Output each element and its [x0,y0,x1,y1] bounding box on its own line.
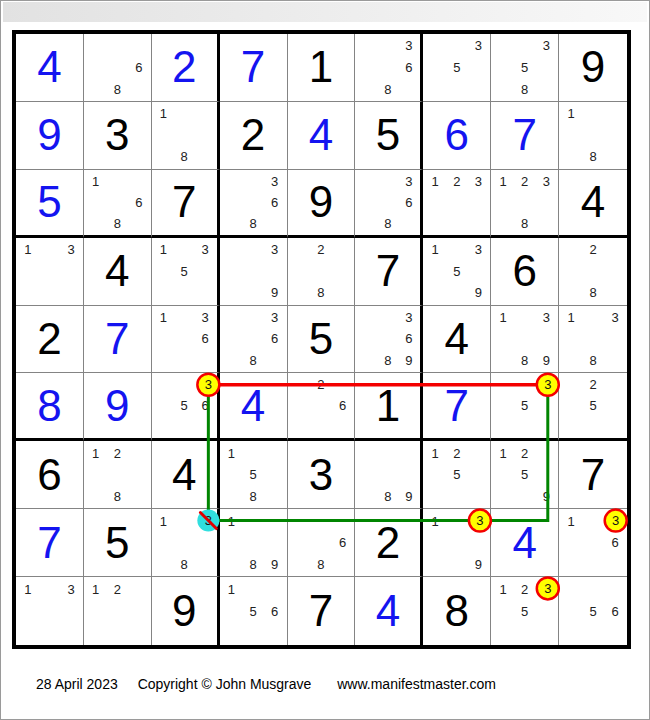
cell-r8c1[interactable]: 7 [16,509,84,577]
candidate [560,600,582,622]
candidate [492,622,514,644]
cell-r9c2[interactable]: 12 [84,577,152,645]
cell-r1c1[interactable]: 4 [16,34,84,102]
candidate [604,395,626,416]
candidate: 1 [17,578,39,600]
cell-r2c8[interactable]: 7 [491,102,559,170]
candidate [560,260,582,282]
solved-digit: 7 [84,306,151,373]
candidate [582,103,604,125]
candidate: 3 [195,307,216,329]
cell-r3c1[interactable]: 5 [16,170,84,238]
candidate [195,125,216,147]
candidate [264,578,286,600]
cell-r6c3[interactable]: 356 [152,373,220,441]
given-digit: 5 [84,509,151,576]
candidate [195,532,216,554]
cell-r6c7[interactable]: 7 [423,373,491,441]
cell-r4c1[interactable]: 13 [16,238,84,306]
candidate [264,486,286,508]
cell-r7c8[interactable]: 1259 [491,441,559,509]
candidate: 3 [264,171,286,192]
cell-r1c8[interactable]: 358 [491,34,559,102]
candidate [289,416,311,437]
cell-r5c6[interactable]: 3689 [355,306,423,374]
candidate: 8 [242,553,264,575]
cell-r6c5[interactable]: 26 [288,373,356,441]
pencil-marks: 368 [356,171,419,234]
candidate [424,260,446,282]
candidate: 6 [264,600,286,622]
cell-r1c7[interactable]: 35 [423,34,491,102]
candidate [356,328,377,350]
candidate [492,192,514,213]
given-digit: 4 [559,170,627,235]
footer-copyright: Copyright © John Musgrave [138,676,312,692]
candidate: 3 [398,171,419,192]
candidate [17,260,39,282]
candidate: 5 [582,600,604,622]
cell-r7c5[interactable]: 3 [288,441,356,509]
pencil-marks: 39 [221,239,286,304]
candidate [468,192,490,213]
candidate [560,282,582,304]
candidate [107,622,129,644]
candidate [446,192,468,213]
candidate [514,374,536,395]
candidate: 1 [85,171,107,192]
candidate [264,510,286,532]
cell-r1c2[interactable]: 68 [84,34,152,102]
given-digit: 7 [152,170,217,235]
candidate [39,239,61,261]
candidate: 5 [242,600,264,622]
candidate [535,192,557,213]
candidate [492,328,514,350]
candidate [264,260,286,282]
candidate [514,307,536,329]
candidate [60,622,82,644]
cell-r5c3[interactable]: 136 [152,306,220,374]
candidate [289,510,311,532]
candidate: 5 [582,395,604,416]
pencil-marks: 3689 [356,307,419,372]
candidate [560,146,582,168]
candidate [221,282,243,304]
candidate [468,213,490,234]
solved-digit: 2 [152,34,217,101]
cell-r5c4[interactable]: 368 [220,306,288,374]
cell-r8c5[interactable]: 68 [288,509,356,577]
candidate [85,464,107,486]
cell-r5c8[interactable]: 1389 [491,306,559,374]
candidate [604,260,626,282]
cell-r4c4[interactable]: 39 [220,238,288,306]
candidate [356,57,377,79]
given-digit: 4 [84,238,151,305]
candidate: 8 [107,78,129,100]
candidate [264,532,286,554]
pencil-marks: 136 [560,510,626,575]
candidate: 5 [174,395,195,416]
candidate [468,464,490,486]
cell-r3c6[interactable]: 368 [355,170,423,238]
cell-r2c4[interactable]: 2 [220,102,288,170]
pencil-marks: 18 [560,103,626,168]
candidate [468,532,490,554]
cell-r6c9[interactable]: 25 [559,373,627,441]
candidate [128,213,150,234]
candidate: 3 [60,578,82,600]
candidate [153,125,174,147]
cell-r5c9[interactable]: 138 [559,306,627,374]
cell-r2c2[interactable]: 3 [84,102,152,170]
cell-r9c3[interactable]: 9 [152,577,220,645]
candidate: 3 [195,239,216,261]
cell-r9c5[interactable]: 7 [288,577,356,645]
candidate [446,532,468,554]
candidate [468,442,490,464]
candidate [128,486,150,508]
candidate [332,282,354,304]
cell-r8c7[interactable]: 139 [423,509,491,577]
candidate: 6 [398,57,419,79]
candidate [332,510,354,532]
pencil-marks: 139 [424,510,489,575]
cell-r3c3[interactable]: 7 [152,170,220,238]
candidate: 9 [535,486,557,508]
candidate [582,622,604,644]
candidate: 3 [535,578,557,600]
cell-r8c9[interactable]: 136 [559,509,627,577]
candidate [560,328,582,350]
given-digit: 4 [152,441,217,508]
candidate [128,171,150,192]
candidate [424,35,446,57]
candidate: 1 [560,307,582,329]
cell-r8c3[interactable]: 138 [152,509,220,577]
candidate [535,213,557,234]
cell-r3c8[interactable]: 1238 [491,170,559,238]
cell-r9c8[interactable]: 1235 [491,577,559,645]
pencil-marks: 68 [289,510,354,575]
candidate: 6 [128,192,150,213]
cell-r3c9[interactable]: 4 [559,170,627,238]
candidate [446,282,468,304]
candidate: 2 [446,442,468,464]
candidate [446,486,468,508]
candidate [289,395,311,416]
candidate: 3 [535,307,557,329]
pencil-marks: 138 [560,307,626,372]
candidate [560,350,582,372]
candidate [535,57,557,79]
candidate [107,171,129,192]
cell-r2c3[interactable]: 18 [152,102,220,170]
cell-r9c9[interactable]: 56 [559,577,627,645]
given-digit: 7 [559,441,627,508]
candidate [560,125,582,147]
cell-r5c1[interactable]: 2 [16,306,84,374]
candidate [289,282,311,304]
candidate [221,328,243,350]
cell-r6c1[interactable]: 8 [16,373,84,441]
cell-r9c7[interactable]: 8 [423,577,491,645]
candidate [514,192,536,213]
candidate: 9 [535,350,557,372]
cell-r7c2[interactable]: 128 [84,441,152,509]
candidate: 3 [398,307,419,329]
candidate: 3 [195,374,216,395]
cell-r5c7[interactable]: 4 [423,306,491,374]
candidate [85,213,107,234]
cell-r7c6[interactable]: 89 [355,441,423,509]
candidate: 8 [514,213,536,234]
candidate [535,78,557,100]
candidate: 3 [535,35,557,57]
cell-r4c5[interactable]: 28 [288,238,356,306]
candidate [604,553,626,575]
cell-r6c4[interactable]: 4 [220,373,288,441]
candidate: 1 [153,239,174,261]
cell-r1c9[interactable]: 9 [559,34,627,102]
solved-digit: 5 [16,170,83,235]
candidate [264,464,286,486]
given-digit: 9 [152,577,217,645]
candidate: 8 [377,78,398,100]
candidate: 1 [153,103,174,125]
footer-date: 28 April 2023 [36,676,118,692]
candidate: 1 [492,578,514,600]
candidate: 5 [514,600,536,622]
cell-r9c4[interactable]: 156 [220,577,288,645]
candidate [174,125,195,147]
candidate [560,374,582,395]
cell-r8c2[interactable]: 5 [84,509,152,577]
candidate [128,442,150,464]
pencil-marks: 18 [153,103,216,168]
candidate [264,442,286,464]
given-digit: 4 [423,306,490,373]
candidate [221,213,243,234]
candidate [582,416,604,437]
cell-r3c5[interactable]: 9 [288,170,356,238]
candidate [85,35,107,57]
cell-r2c6[interactable]: 5 [355,102,423,170]
cell-r6c6[interactable]: 1 [355,373,423,441]
pencil-marks: 1259 [492,442,557,507]
candidate [39,600,61,622]
candidate [604,416,626,437]
given-digit: 7 [288,577,355,645]
candidate [356,486,377,508]
candidate [153,260,174,282]
solved-digit: 7 [16,509,83,576]
candidate [604,328,626,350]
candidate [398,464,419,486]
cell-r1c4[interactable]: 7 [220,34,288,102]
solved-digit: 6 [423,102,490,169]
candidate [153,416,174,437]
cell-r3c7[interactable]: 123 [423,170,491,238]
candidate: 2 [310,239,332,261]
cell-r6c8[interactable]: 35 [491,373,559,441]
candidate [424,213,446,234]
candidate [604,125,626,147]
solved-digit: 4 [220,373,287,438]
candidate [174,532,195,554]
candidate: 6 [398,192,419,213]
candidate [221,464,243,486]
candidate [128,78,150,100]
candidate [492,213,514,234]
candidate [356,35,377,57]
pencil-marks: 138 [153,510,216,575]
candidate [242,239,264,261]
candidate [604,239,626,261]
candidate [446,553,468,575]
candidate [398,213,419,234]
candidate [582,510,604,532]
candidate [242,260,264,282]
cell-r4c8[interactable]: 6 [491,238,559,306]
cell-r1c3[interactable]: 2 [152,34,220,102]
cell-r9c1[interactable]: 13 [16,577,84,645]
cell-r1c5[interactable]: 1 [288,34,356,102]
cell-r3c2[interactable]: 168 [84,170,152,238]
candidate [535,600,557,622]
candidate [424,486,446,508]
pencil-marks: 68 [85,35,150,100]
cell-r7c3[interactable]: 4 [152,441,220,509]
candidate [85,78,107,100]
cell-r4c9[interactable]: 28 [559,238,627,306]
candidate [107,57,129,79]
cell-r6c2[interactable]: 9 [84,373,152,441]
candidate [174,103,195,125]
candidate [424,553,446,575]
candidate [582,260,604,282]
candidate [604,374,626,395]
candidate: 3 [468,171,490,192]
cell-r7c4[interactable]: 158 [220,441,288,509]
candidate: 3 [535,374,557,395]
candidate [332,553,354,575]
candidate [535,442,557,464]
candidate [560,578,582,600]
cell-r1c6[interactable]: 368 [355,34,423,102]
candidate: 1 [153,510,174,532]
candidate [492,374,514,395]
candidate [356,307,377,329]
candidate: 2 [582,374,604,395]
pencil-marks: 1359 [424,239,489,304]
solved-digit: 7 [220,34,287,101]
given-digit: 1 [288,34,355,101]
cell-r4c2[interactable]: 4 [84,238,152,306]
window-top-bar [3,2,647,22]
candidate [424,532,446,554]
cell-r9c6[interactable]: 4 [355,577,423,645]
cell-r7c9[interactable]: 7 [559,441,627,509]
candidate [356,464,377,486]
candidate: 6 [398,328,419,350]
page: 4682713683535899318245671851687368936812… [0,0,650,720]
cell-r7c7[interactable]: 125 [423,441,491,509]
cell-r8c8[interactable]: 4 [491,509,559,577]
candidate [377,328,398,350]
candidate: 1 [424,239,446,261]
candidate [535,622,557,644]
solved-digit: 9 [84,373,151,438]
candidate: 6 [264,192,286,213]
candidate [332,374,354,395]
candidate [221,350,243,372]
candidate [39,282,61,304]
cell-r5c2[interactable]: 7 [84,306,152,374]
solved-digit: 4 [16,34,83,101]
footer-website: www.manifestmaster.com [337,676,496,692]
candidate [174,239,195,261]
solved-digit: 7 [423,373,490,438]
candidate [153,395,174,416]
candidate [310,416,332,437]
cell-r2c9[interactable]: 18 [559,102,627,170]
candidate [356,350,377,372]
cell-r2c7[interactable]: 6 [423,102,491,170]
candidate: 1 [85,578,107,600]
candidate: 8 [242,350,264,372]
candidate [39,578,61,600]
candidate [356,213,377,234]
cell-r8c4[interactable]: 189 [220,509,288,577]
candidate: 8 [582,350,604,372]
candidate [492,57,514,79]
candidate [560,532,582,554]
candidate [582,125,604,147]
cell-r2c5[interactable]: 4 [288,102,356,170]
candidate [264,622,286,644]
cell-r4c7[interactable]: 1359 [423,238,491,306]
solved-digit: 4 [355,577,420,645]
candidate [174,307,195,329]
candidate [424,57,446,79]
candidate: 6 [332,532,354,554]
cell-r3c4[interactable]: 368 [220,170,288,238]
cell-r7c1[interactable]: 6 [16,441,84,509]
candidate: 6 [264,328,286,350]
candidate [60,260,82,282]
cell-r4c6[interactable]: 7 [355,238,423,306]
given-digit: 5 [288,306,355,373]
candidate: 8 [310,553,332,575]
candidate: 8 [582,282,604,304]
cell-r8c6[interactable]: 2 [355,509,423,577]
cell-r4c3[interactable]: 135 [152,238,220,306]
candidate: 9 [398,350,419,372]
given-digit: 3 [288,441,355,508]
candidate [85,192,107,213]
solved-digit: 8 [16,373,83,438]
candidate: 2 [514,442,536,464]
candidate [492,35,514,57]
cell-r2c1[interactable]: 9 [16,102,84,170]
candidate [128,35,150,57]
candidate [242,442,264,464]
candidate: 8 [242,486,264,508]
cell-r5c5[interactable]: 5 [288,306,356,374]
candidate: 3 [264,239,286,261]
